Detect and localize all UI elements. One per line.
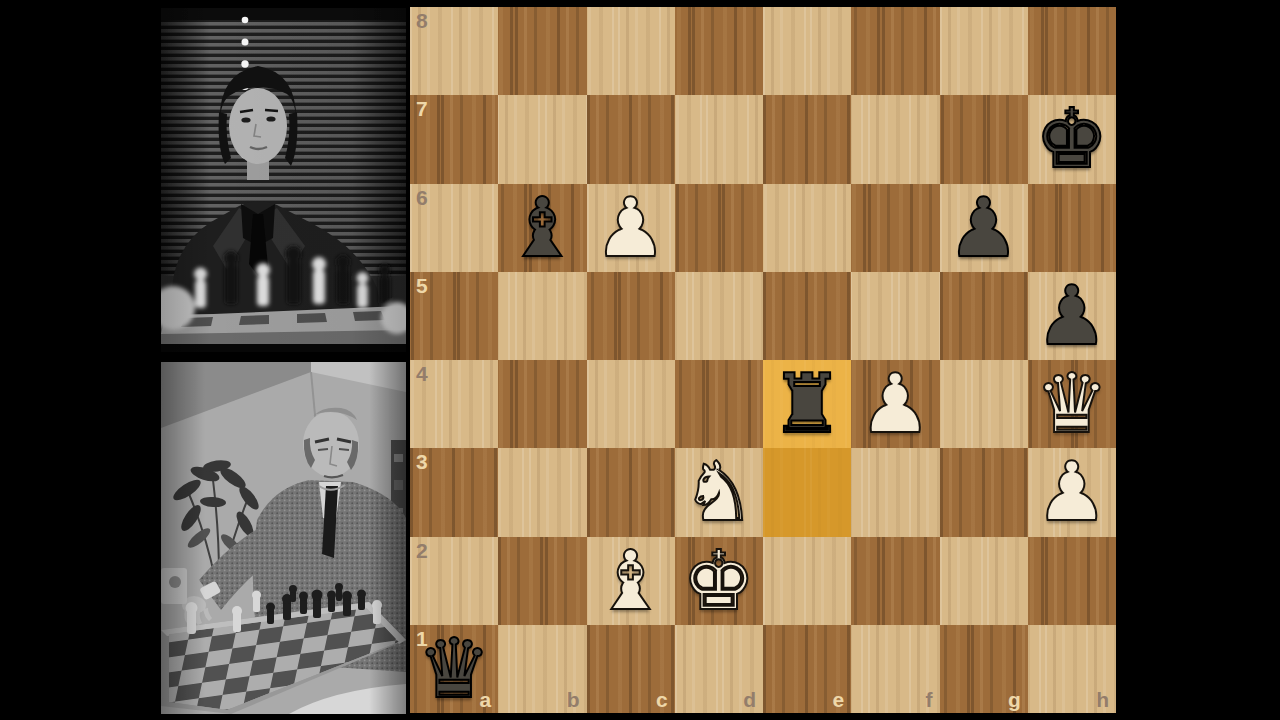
square-h7[interactable]: ♚ xyxy=(1028,95,1116,183)
square-d2[interactable]: ♚ xyxy=(675,537,763,625)
white-queen: ♛ xyxy=(1028,360,1116,448)
square-h5[interactable]: ♟ xyxy=(1028,272,1116,360)
square-e1[interactable]: e xyxy=(763,625,851,713)
square-f8[interactable] xyxy=(851,7,939,95)
rank-label-3: 3 xyxy=(416,451,428,472)
black-king: ♚ xyxy=(1028,95,1116,183)
square-e7[interactable] xyxy=(763,95,851,183)
square-h2[interactable] xyxy=(1028,537,1116,625)
video-frame: 87♚6♝♟♟5♟4♜♟♛3♞♟2♝♚1a♛bcdefgh xyxy=(0,0,1280,720)
square-a4[interactable]: 4 xyxy=(410,360,498,448)
rank-label-6: 6 xyxy=(416,187,428,208)
file-label-b: b xyxy=(567,689,580,710)
square-c1[interactable]: c xyxy=(587,625,675,713)
photo-top xyxy=(161,8,406,352)
square-h4[interactable]: ♛ xyxy=(1028,360,1116,448)
square-h3[interactable]: ♟ xyxy=(1028,448,1116,536)
square-d4[interactable] xyxy=(675,360,763,448)
square-a8[interactable]: 8 xyxy=(410,7,498,95)
square-g6[interactable]: ♟ xyxy=(940,184,1028,272)
black-bishop: ♝ xyxy=(498,184,586,272)
rank-label-4: 4 xyxy=(416,363,428,384)
square-h8[interactable] xyxy=(1028,7,1116,95)
square-f3[interactable] xyxy=(851,448,939,536)
file-label-g: g xyxy=(1008,689,1021,710)
square-g1[interactable]: g xyxy=(940,625,1028,713)
square-e3[interactable] xyxy=(763,448,851,536)
file-label-e: e xyxy=(833,689,845,710)
photo-bottom xyxy=(161,362,406,714)
black-queen: ♛ xyxy=(410,625,498,713)
file-label-d: d xyxy=(743,689,756,710)
white-knight: ♞ xyxy=(675,448,763,536)
square-e4[interactable]: ♜ xyxy=(763,360,851,448)
square-f4[interactable]: ♟ xyxy=(851,360,939,448)
square-g5[interactable] xyxy=(940,272,1028,360)
rank-label-8: 8 xyxy=(416,10,428,31)
square-c8[interactable] xyxy=(587,7,675,95)
square-f2[interactable] xyxy=(851,537,939,625)
square-g2[interactable] xyxy=(940,537,1028,625)
rank-label-5: 5 xyxy=(416,275,428,296)
square-b2[interactable] xyxy=(498,537,586,625)
square-e6[interactable] xyxy=(763,184,851,272)
square-b8[interactable] xyxy=(498,7,586,95)
square-c7[interactable] xyxy=(587,95,675,183)
square-h6[interactable] xyxy=(1028,184,1116,272)
file-label-c: c xyxy=(656,689,668,710)
square-b7[interactable] xyxy=(498,95,586,183)
photo-top-image xyxy=(161,8,406,352)
square-g8[interactable] xyxy=(940,7,1028,95)
square-d7[interactable] xyxy=(675,95,763,183)
square-g7[interactable] xyxy=(940,95,1028,183)
square-e2[interactable] xyxy=(763,537,851,625)
square-h1[interactable]: h xyxy=(1028,625,1116,713)
square-a7[interactable]: 7 xyxy=(410,95,498,183)
black-pawn: ♟ xyxy=(1028,272,1116,360)
rank-label-7: 7 xyxy=(416,98,428,119)
square-g3[interactable] xyxy=(940,448,1028,536)
square-e5[interactable] xyxy=(763,272,851,360)
square-c6[interactable]: ♟ xyxy=(587,184,675,272)
square-d6[interactable] xyxy=(675,184,763,272)
square-a5[interactable]: 5 xyxy=(410,272,498,360)
file-label-h: h xyxy=(1096,689,1109,710)
square-c3[interactable] xyxy=(587,448,675,536)
white-pawn: ♟ xyxy=(587,184,675,272)
square-c2[interactable]: ♝ xyxy=(587,537,675,625)
square-c5[interactable] xyxy=(587,272,675,360)
square-e8[interactable] xyxy=(763,7,851,95)
square-f7[interactable] xyxy=(851,95,939,183)
square-f5[interactable] xyxy=(851,272,939,360)
square-d5[interactable] xyxy=(675,272,763,360)
black-rook: ♜ xyxy=(763,360,851,448)
square-a6[interactable]: 6 xyxy=(410,184,498,272)
square-d1[interactable]: d xyxy=(675,625,763,713)
square-b1[interactable]: b xyxy=(498,625,586,713)
square-a2[interactable]: 2 xyxy=(410,537,498,625)
white-pawn: ♟ xyxy=(851,360,939,448)
square-f1[interactable]: f xyxy=(851,625,939,713)
white-pawn: ♟ xyxy=(1028,448,1116,536)
square-b5[interactable] xyxy=(498,272,586,360)
square-d8[interactable] xyxy=(675,7,763,95)
white-bishop: ♝ xyxy=(587,537,675,625)
square-f6[interactable] xyxy=(851,184,939,272)
file-label-f: f xyxy=(926,689,933,710)
photo-bottom-image xyxy=(161,362,406,714)
chess-board: 87♚6♝♟♟5♟4♜♟♛3♞♟2♝♚1a♛bcdefgh xyxy=(410,7,1116,713)
square-c4[interactable] xyxy=(587,360,675,448)
rank-label-2: 2 xyxy=(416,540,428,561)
square-g4[interactable] xyxy=(940,360,1028,448)
square-b3[interactable] xyxy=(498,448,586,536)
square-a1[interactable]: 1a♛ xyxy=(410,625,498,713)
black-pawn: ♟ xyxy=(940,184,1028,272)
square-b6[interactable]: ♝ xyxy=(498,184,586,272)
square-b4[interactable] xyxy=(498,360,586,448)
square-d3[interactable]: ♞ xyxy=(675,448,763,536)
square-a3[interactable]: 3 xyxy=(410,448,498,536)
white-king: ♚ xyxy=(675,537,763,625)
